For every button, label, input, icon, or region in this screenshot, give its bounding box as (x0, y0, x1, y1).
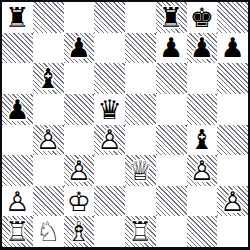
square-e7[interactable] (125, 33, 156, 64)
square-e3[interactable]: ♛♕ (125, 155, 156, 186)
square-a3[interactable] (2, 155, 33, 186)
square-g6[interactable] (187, 63, 218, 94)
square-h2[interactable]: ♟♙ (217, 186, 248, 217)
square-g8[interactable]: ♚♚ (187, 2, 218, 33)
square-g2[interactable] (187, 186, 218, 217)
square-b6[interactable]: ♝♝ (33, 63, 64, 94)
square-d5[interactable]: ♛♛ (94, 94, 125, 125)
square-g4[interactable]: ♝♝ (187, 125, 218, 156)
black-pawn-piece[interactable]: ♟ (217, 33, 248, 64)
square-g5[interactable] (187, 94, 218, 125)
square-c2[interactable]: ♚♔ (64, 186, 95, 217)
black-pawn-piece[interactable]: ♟ (2, 94, 33, 125)
square-b2[interactable] (33, 186, 64, 217)
square-a5[interactable]: ♟♟ (2, 94, 33, 125)
square-a4[interactable] (2, 125, 33, 156)
white-pawn-piece[interactable]: ♙ (64, 155, 95, 186)
square-g7[interactable]: ♟♟ (187, 33, 218, 64)
square-d3[interactable] (94, 155, 125, 186)
square-b5[interactable] (33, 94, 64, 125)
square-h7[interactable]: ♟♟ (217, 33, 248, 64)
square-d8[interactable] (94, 2, 125, 33)
square-b4[interactable]: ♟♙ (33, 125, 64, 156)
square-e6[interactable] (125, 63, 156, 94)
square-c5[interactable] (64, 94, 95, 125)
square-b1[interactable]: ♞♘ (33, 216, 64, 247)
white-knight-piece[interactable]: ♘ (33, 216, 64, 247)
square-d7[interactable] (94, 33, 125, 64)
square-f8[interactable]: ♜♜ (156, 2, 187, 33)
square-c3[interactable]: ♟♙ (64, 155, 95, 186)
square-f3[interactable] (156, 155, 187, 186)
black-bishop-piece[interactable]: ♝ (187, 125, 218, 156)
black-queen-piece[interactable]: ♛ (94, 94, 125, 125)
white-king-piece[interactable]: ♔ (64, 186, 95, 217)
white-pawn-piece[interactable]: ♙ (217, 186, 248, 217)
square-f6[interactable] (156, 63, 187, 94)
square-f4[interactable] (156, 125, 187, 156)
black-king-piece[interactable]: ♚ (187, 2, 218, 33)
square-g3[interactable]: ♟♙ (187, 155, 218, 186)
square-e8[interactable] (125, 2, 156, 33)
white-pawn-piece[interactable]: ♙ (187, 155, 218, 186)
square-a7[interactable] (2, 33, 33, 64)
square-d2[interactable] (94, 186, 125, 217)
square-h3[interactable] (217, 155, 248, 186)
square-c4[interactable] (64, 125, 95, 156)
square-a6[interactable] (2, 63, 33, 94)
square-c8[interactable] (64, 2, 95, 33)
square-c6[interactable] (64, 63, 95, 94)
square-e1[interactable]: ♜♖ (125, 216, 156, 247)
square-f1[interactable] (156, 216, 187, 247)
black-rook-piece[interactable]: ♜ (156, 2, 187, 33)
black-pawn-piece[interactable]: ♟ (156, 33, 187, 64)
square-e4[interactable] (125, 125, 156, 156)
square-h1[interactable] (217, 216, 248, 247)
square-a1[interactable]: ♜♖ (2, 216, 33, 247)
square-d1[interactable] (94, 216, 125, 247)
square-f7[interactable]: ♟♟ (156, 33, 187, 64)
white-pawn-piece[interactable]: ♙ (33, 125, 64, 156)
white-pawn-piece[interactable]: ♙ (94, 125, 125, 156)
square-c1[interactable]: ♝♗ (64, 216, 95, 247)
black-pawn-piece[interactable]: ♟ (187, 33, 218, 64)
square-g1[interactable] (187, 216, 218, 247)
white-rook-piece[interactable]: ♖ (2, 216, 33, 247)
white-pawn-piece[interactable]: ♙ (2, 186, 33, 217)
black-pawn-piece[interactable]: ♟ (64, 33, 95, 64)
square-h5[interactable] (217, 94, 248, 125)
square-h4[interactable] (217, 125, 248, 156)
white-rook-piece[interactable]: ♖ (125, 216, 156, 247)
square-f5[interactable] (156, 94, 187, 125)
square-d6[interactable] (94, 63, 125, 94)
square-a8[interactable]: ♜♜ (2, 2, 33, 33)
chess-diagram: ♜♜♜♜♚♚♟♟♟♟♟♟♟♟♝♝♟♟♛♛♟♙♟♙♝♝♟♙♛♕♟♙♟♙♚♔♟♙♜♖… (0, 0, 250, 250)
white-queen-piece[interactable]: ♕ (125, 155, 156, 186)
square-h6[interactable] (217, 63, 248, 94)
square-e5[interactable] (125, 94, 156, 125)
square-d4[interactable]: ♟♙ (94, 125, 125, 156)
square-c7[interactable]: ♟♟ (64, 33, 95, 64)
square-h8[interactable] (217, 2, 248, 33)
square-f2[interactable] (156, 186, 187, 217)
square-b3[interactable] (33, 155, 64, 186)
white-bishop-piece[interactable]: ♗ (64, 216, 95, 247)
chess-board: ♜♜♜♜♚♚♟♟♟♟♟♟♟♟♝♝♟♟♛♛♟♙♟♙♝♝♟♙♛♕♟♙♟♙♚♔♟♙♜♖… (0, 0, 250, 250)
square-b8[interactable] (33, 2, 64, 33)
square-e2[interactable] (125, 186, 156, 217)
square-a2[interactable]: ♟♙ (2, 186, 33, 217)
square-b7[interactable] (33, 33, 64, 64)
black-rook-piece[interactable]: ♜ (2, 2, 33, 33)
black-bishop-piece[interactable]: ♝ (33, 63, 64, 94)
